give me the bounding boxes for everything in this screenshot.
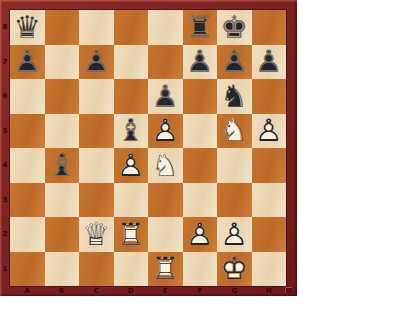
rank-label-2: 2 — [0, 217, 10, 252]
square-e8[interactable] — [148, 10, 183, 45]
rank-label-6: 6 — [0, 79, 10, 114]
square-c1[interactable] — [79, 252, 114, 287]
square-h4[interactable] — [252, 148, 287, 183]
square-g1[interactable]: ♚♔ — [217, 252, 252, 287]
page: 87654321 ABCDEFGH ♛♕♜♖♚♔♟♙♟♙♟♙♟♙♟♙♟♙♞♘♝♗… — [0, 0, 414, 311]
black-bishop[interactable]: ♝♗ — [45, 148, 80, 183]
black-knight[interactable]: ♞♘ — [217, 79, 252, 114]
file-labels: ABCDEFGH — [10, 286, 286, 296]
square-f8[interactable]: ♜♖ — [183, 10, 218, 45]
square-h8[interactable] — [252, 10, 287, 45]
square-a1[interactable] — [10, 252, 45, 287]
black-pawn[interactable]: ♟♙ — [10, 45, 45, 80]
square-d4[interactable]: ♟♙ — [114, 148, 149, 183]
black-pawn[interactable]: ♟♙ — [252, 45, 287, 80]
square-b7[interactable] — [45, 45, 80, 80]
square-g7[interactable]: ♟♙ — [217, 45, 252, 80]
square-e1[interactable]: ♜♖ — [148, 252, 183, 287]
file-label-h: H — [252, 286, 287, 296]
corner-logo-mark — [285, 287, 292, 293]
white-knight[interactable]: ♞♘ — [148, 148, 183, 183]
white-rook[interactable]: ♜♖ — [114, 217, 149, 252]
square-h5[interactable]: ♟♙ — [252, 114, 287, 149]
chess-board-frame: 87654321 ABCDEFGH ♛♕♜♖♚♔♟♙♟♙♟♙♟♙♟♙♟♙♞♘♝♗… — [0, 0, 297, 296]
square-b6[interactable] — [45, 79, 80, 114]
square-e3[interactable] — [148, 183, 183, 218]
black-king[interactable]: ♚♔ — [217, 10, 252, 45]
square-f2[interactable]: ♟♙ — [183, 217, 218, 252]
white-pawn[interactable]: ♟♙ — [252, 114, 287, 149]
square-e6[interactable]: ♟♙ — [148, 79, 183, 114]
rank-labels: 87654321 — [0, 10, 10, 286]
square-b4[interactable]: ♝♗ — [45, 148, 80, 183]
white-pawn[interactable]: ♟♙ — [183, 217, 218, 252]
white-queen[interactable]: ♛♕ — [79, 217, 114, 252]
square-g6[interactable]: ♞♘ — [217, 79, 252, 114]
board-grid: ♛♕♜♖♚♔♟♙♟♙♟♙♟♙♟♙♟♙♞♘♝♗♟♙♞♘♟♙♝♗♟♙♞♘♛♕♜♖♟♙… — [10, 10, 286, 286]
white-pawn[interactable]: ♟♙ — [114, 148, 149, 183]
black-pawn[interactable]: ♟♙ — [148, 79, 183, 114]
white-rook[interactable]: ♜♖ — [148, 252, 183, 287]
square-a6[interactable] — [10, 79, 45, 114]
black-queen[interactable]: ♛♕ — [10, 10, 45, 45]
square-c4[interactable] — [79, 148, 114, 183]
black-pawn[interactable]: ♟♙ — [79, 45, 114, 80]
square-b3[interactable] — [45, 183, 80, 218]
white-king[interactable]: ♚♔ — [217, 252, 252, 287]
white-pawn[interactable]: ♟♙ — [148, 114, 183, 149]
file-label-e: E — [148, 286, 183, 296]
square-g5[interactable]: ♞♘ — [217, 114, 252, 149]
rank-label-5: 5 — [0, 114, 10, 149]
square-e2[interactable] — [148, 217, 183, 252]
square-f4[interactable] — [183, 148, 218, 183]
white-pawn[interactable]: ♟♙ — [217, 217, 252, 252]
square-b1[interactable] — [45, 252, 80, 287]
rank-label-7: 7 — [0, 45, 10, 80]
square-c8[interactable] — [79, 10, 114, 45]
square-h2[interactable] — [252, 217, 287, 252]
square-d7[interactable] — [114, 45, 149, 80]
square-g8[interactable]: ♚♔ — [217, 10, 252, 45]
file-label-d: D — [114, 286, 149, 296]
square-c2[interactable]: ♛♕ — [79, 217, 114, 252]
square-h3[interactable] — [252, 183, 287, 218]
square-f3[interactable] — [183, 183, 218, 218]
square-d5[interactable]: ♝♗ — [114, 114, 149, 149]
square-a4[interactable] — [10, 148, 45, 183]
square-f6[interactable] — [183, 79, 218, 114]
square-a7[interactable]: ♟♙ — [10, 45, 45, 80]
square-c6[interactable] — [79, 79, 114, 114]
square-d6[interactable] — [114, 79, 149, 114]
square-a2[interactable] — [10, 217, 45, 252]
square-c5[interactable] — [79, 114, 114, 149]
square-c7[interactable]: ♟♙ — [79, 45, 114, 80]
square-d1[interactable] — [114, 252, 149, 287]
square-f1[interactable] — [183, 252, 218, 287]
square-c3[interactable] — [79, 183, 114, 218]
square-e7[interactable] — [148, 45, 183, 80]
square-b2[interactable] — [45, 217, 80, 252]
square-g4[interactable] — [217, 148, 252, 183]
square-b5[interactable] — [45, 114, 80, 149]
square-e4[interactable]: ♞♘ — [148, 148, 183, 183]
file-label-f: F — [183, 286, 218, 296]
square-e5[interactable]: ♟♙ — [148, 114, 183, 149]
white-knight[interactable]: ♞♘ — [217, 114, 252, 149]
file-label-g: G — [217, 286, 252, 296]
file-label-b: B — [45, 286, 80, 296]
black-pawn[interactable]: ♟♙ — [217, 45, 252, 80]
rank-label-1: 1 — [0, 252, 10, 287]
square-h7[interactable]: ♟♙ — [252, 45, 287, 80]
square-d8[interactable] — [114, 10, 149, 45]
square-a5[interactable] — [10, 114, 45, 149]
square-a3[interactable] — [10, 183, 45, 218]
black-rook[interactable]: ♜♖ — [183, 10, 218, 45]
file-label-c: C — [79, 286, 114, 296]
square-h1[interactable] — [252, 252, 287, 287]
square-f7[interactable]: ♟♙ — [183, 45, 218, 80]
rank-label-4: 4 — [0, 148, 10, 183]
rank-label-3: 3 — [0, 183, 10, 218]
rank-label-8: 8 — [0, 10, 10, 45]
square-d2[interactable]: ♜♖ — [114, 217, 149, 252]
square-a8[interactable]: ♛♕ — [10, 10, 45, 45]
square-b8[interactable] — [45, 10, 80, 45]
file-label-a: A — [10, 286, 45, 296]
square-g2[interactable]: ♟♙ — [217, 217, 252, 252]
black-pawn[interactable]: ♟♙ — [183, 45, 218, 80]
black-bishop[interactable]: ♝♗ — [114, 114, 149, 149]
square-h6[interactable] — [252, 79, 287, 114]
square-f5[interactable] — [183, 114, 218, 149]
square-d3[interactable] — [114, 183, 149, 218]
square-g3[interactable] — [217, 183, 252, 218]
